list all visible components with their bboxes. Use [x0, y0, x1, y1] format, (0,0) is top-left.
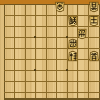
kanji-pawn-icon [69, 40, 77, 49]
kanji-knight-icon [69, 52, 77, 61]
kanji-silver-icon [69, 16, 77, 25]
kanji-king-icon [90, 16, 98, 25]
shogi-piece-gote-king[interactable] [89, 16, 99, 27]
shogi-piece-gote-lance[interactable] [89, 2, 99, 13]
shogi-piece-gote-pawn[interactable] [77, 29, 87, 40]
shogi-board[interactable] [0, 0, 100, 100]
pieces-layer [0, 0, 100, 100]
kanji-gold-icon [56, 2, 64, 11]
shogi-piece-sente-lance[interactable] [89, 51, 99, 62]
shogi-piece-sente-pawn[interactable] [68, 38, 78, 49]
kanji-pawn-icon [78, 29, 86, 38]
kanji-lance-icon [90, 52, 98, 61]
kanji-lance-icon [90, 2, 98, 11]
shogi-piece-gote-silver[interactable] [68, 16, 78, 27]
shogi-piece-gote-gold[interactable] [55, 2, 65, 13]
shogi-piece-sente-knight[interactable] [68, 51, 78, 62]
